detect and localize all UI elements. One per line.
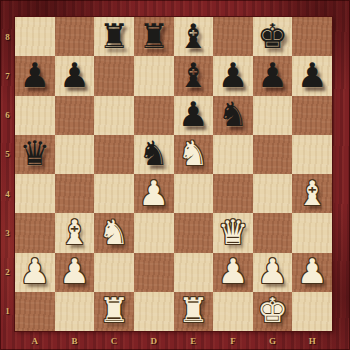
- square-g6[interactable]: [253, 96, 293, 135]
- piece-white-pawn-g2[interactable]: ♟: [257, 254, 287, 288]
- square-e1[interactable]: ♜: [174, 292, 214, 331]
- rank-label-3: 3: [0, 213, 15, 252]
- piece-white-pawn-b2[interactable]: ♟: [59, 254, 89, 288]
- file-label-c: C: [94, 331, 134, 350]
- rank-label-8: 8: [0, 17, 15, 56]
- square-h2[interactable]: ♟: [292, 253, 332, 292]
- square-e6[interactable]: ♟: [174, 96, 214, 135]
- file-label-b: B: [55, 331, 95, 350]
- piece-black-rook-d8[interactable]: ♜: [138, 19, 168, 53]
- square-g7[interactable]: ♟: [253, 56, 293, 95]
- square-a8[interactable]: [15, 17, 55, 56]
- square-e3[interactable]: [174, 213, 214, 252]
- square-a7[interactable]: ♟: [15, 56, 55, 95]
- square-f6[interactable]: ♞: [213, 96, 253, 135]
- square-d7[interactable]: [134, 56, 174, 95]
- piece-white-pawn-h2[interactable]: ♟: [297, 254, 327, 288]
- square-g8[interactable]: ♚: [253, 17, 293, 56]
- square-c7[interactable]: [94, 56, 134, 95]
- piece-white-pawn-f2[interactable]: ♟: [218, 254, 248, 288]
- piece-white-knight-c3[interactable]: ♞: [99, 215, 129, 249]
- square-a5[interactable]: ♛: [15, 135, 55, 174]
- square-h4[interactable]: ♝: [292, 174, 332, 213]
- square-h1[interactable]: [292, 292, 332, 331]
- square-g5[interactable]: [253, 135, 293, 174]
- piece-white-queen-f3[interactable]: ♛: [218, 215, 248, 249]
- square-b4[interactable]: [55, 174, 95, 213]
- rank-label-5: 5: [0, 135, 15, 174]
- square-e5[interactable]: ♞: [174, 135, 214, 174]
- square-h3[interactable]: [292, 213, 332, 252]
- piece-white-rook-c1[interactable]: ♜: [99, 293, 129, 327]
- piece-white-pawn-d4[interactable]: ♟: [138, 176, 168, 210]
- piece-white-bishop-h4[interactable]: ♝: [297, 176, 327, 210]
- square-e4[interactable]: [174, 174, 214, 213]
- square-e8[interactable]: ♝: [174, 17, 214, 56]
- square-c6[interactable]: [94, 96, 134, 135]
- square-h5[interactable]: [292, 135, 332, 174]
- file-label-h: H: [292, 331, 332, 350]
- square-c3[interactable]: ♞: [94, 213, 134, 252]
- square-d4[interactable]: ♟: [134, 174, 174, 213]
- square-c2[interactable]: [94, 253, 134, 292]
- square-a1[interactable]: [15, 292, 55, 331]
- square-g1[interactable]: ♚: [253, 292, 293, 331]
- square-f2[interactable]: ♟: [213, 253, 253, 292]
- square-b3[interactable]: ♝: [55, 213, 95, 252]
- square-d3[interactable]: [134, 213, 174, 252]
- square-a4[interactable]: [15, 174, 55, 213]
- square-h8[interactable]: [292, 17, 332, 56]
- square-c1[interactable]: ♜: [94, 292, 134, 331]
- square-g3[interactable]: [253, 213, 293, 252]
- square-b7[interactable]: ♟: [55, 56, 95, 95]
- square-h7[interactable]: ♟: [292, 56, 332, 95]
- file-label-g: G: [253, 331, 293, 350]
- piece-white-knight-e5[interactable]: ♞: [178, 136, 208, 170]
- square-d2[interactable]: [134, 253, 174, 292]
- square-f7[interactable]: ♟: [213, 56, 253, 95]
- rank-label-6: 6: [0, 96, 15, 135]
- square-b1[interactable]: [55, 292, 95, 331]
- board-frame: ♜♜♝♚♟♟♝♟♟♟♟♞♛♞♞♟♝♝♞♛♟♟♟♟♟♜♜♚ 87654321 AB…: [0, 0, 350, 350]
- square-f8[interactable]: [213, 17, 253, 56]
- piece-black-rook-c8[interactable]: ♜: [99, 19, 129, 53]
- square-d6[interactable]: [134, 96, 174, 135]
- rank-label-1: 1: [0, 292, 15, 331]
- square-d1[interactable]: [134, 292, 174, 331]
- piece-black-pawn-f7[interactable]: ♟: [218, 58, 248, 92]
- square-f3[interactable]: ♛: [213, 213, 253, 252]
- square-c5[interactable]: [94, 135, 134, 174]
- square-e7[interactable]: ♝: [174, 56, 214, 95]
- square-f1[interactable]: [213, 292, 253, 331]
- chess-board: ♜♜♝♚♟♟♝♟♟♟♟♞♛♞♞♟♝♝♞♛♟♟♟♟♟♜♜♚: [15, 17, 332, 331]
- square-b2[interactable]: ♟: [55, 253, 95, 292]
- rank-label-2: 2: [0, 253, 15, 292]
- square-g4[interactable]: [253, 174, 293, 213]
- piece-black-king-g8[interactable]: ♚: [257, 19, 287, 53]
- file-label-d: D: [134, 331, 174, 350]
- piece-black-knight-d5[interactable]: ♞: [138, 136, 168, 170]
- piece-white-pawn-a2[interactable]: ♟: [20, 254, 50, 288]
- piece-black-pawn-h7[interactable]: ♟: [297, 58, 327, 92]
- square-d8[interactable]: ♜: [134, 17, 174, 56]
- square-c8[interactable]: ♜: [94, 17, 134, 56]
- piece-white-bishop-b3[interactable]: ♝: [59, 215, 89, 249]
- file-label-f: F: [213, 331, 253, 350]
- square-d5[interactable]: ♞: [134, 135, 174, 174]
- square-c4[interactable]: [94, 174, 134, 213]
- square-f4[interactable]: [213, 174, 253, 213]
- piece-black-pawn-a7[interactable]: ♟: [20, 58, 50, 92]
- square-g2[interactable]: ♟: [253, 253, 293, 292]
- piece-black-pawn-e6[interactable]: ♟: [178, 97, 208, 131]
- piece-black-bishop-e8[interactable]: ♝: [178, 19, 208, 53]
- square-b6[interactable]: [55, 96, 95, 135]
- square-a2[interactable]: ♟: [15, 253, 55, 292]
- square-f5[interactable]: [213, 135, 253, 174]
- square-a3[interactable]: [15, 213, 55, 252]
- piece-black-pawn-g7[interactable]: ♟: [257, 58, 287, 92]
- file-label-a: A: [15, 331, 55, 350]
- file-label-e: E: [174, 331, 214, 350]
- square-e2[interactable]: [174, 253, 214, 292]
- square-b5[interactable]: [55, 135, 95, 174]
- square-h6[interactable]: [292, 96, 332, 135]
- rank-label-4: 4: [0, 174, 15, 213]
- piece-black-knight-f6[interactable]: ♞: [218, 97, 248, 131]
- rank-label-7: 7: [0, 56, 15, 95]
- piece-black-queen-a5[interactable]: ♛: [20, 136, 50, 170]
- piece-white-rook-e1[interactable]: ♜: [178, 293, 208, 327]
- piece-black-pawn-b7[interactable]: ♟: [59, 58, 89, 92]
- piece-white-king-g1[interactable]: ♚: [257, 293, 287, 327]
- square-b8[interactable]: [55, 17, 95, 56]
- square-a6[interactable]: [15, 96, 55, 135]
- piece-black-bishop-e7[interactable]: ♝: [178, 58, 208, 92]
